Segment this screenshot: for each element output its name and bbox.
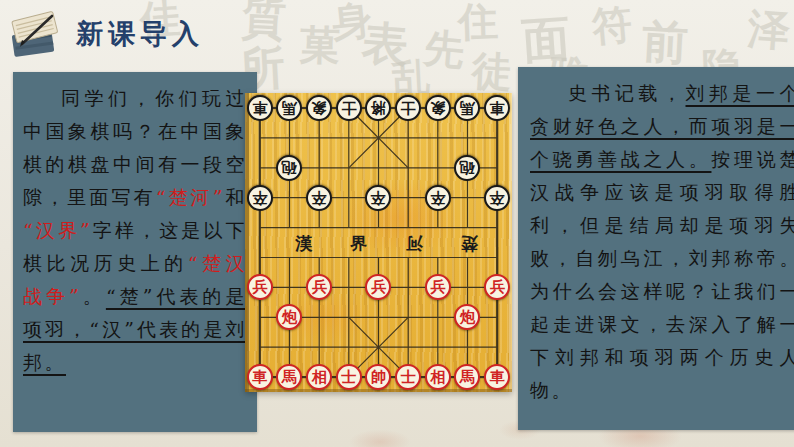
- board-cell[interactable]: 車: [482, 362, 512, 392]
- notepad-pen-icon: [8, 6, 62, 62]
- right-text: 史书记载，刘邦是一个贪财好色之人，而项羽是一个骁勇善战之人。按理说楚汉战争应该是…: [530, 77, 794, 407]
- red-piece-士[interactable]: 士: [395, 364, 421, 390]
- black-piece-象[interactable]: 象: [425, 95, 451, 121]
- board-cell[interactable]: 兵: [304, 272, 334, 302]
- board-cell[interactable]: [334, 153, 364, 183]
- board-cell[interactable]: [453, 242, 483, 272]
- board-cell[interactable]: [304, 153, 334, 183]
- text-segment: “汉界”: [23, 219, 92, 241]
- left-text: 同学们，你们玩过中国象棋吗？在中国象棋的棋盘中间有一段空隙，里面写有“楚河”和“…: [23, 82, 247, 379]
- calligraphy-glyph: 住: [457, 0, 499, 50]
- board-cell[interactable]: [334, 242, 364, 272]
- board-cell[interactable]: [482, 302, 512, 332]
- board-cell[interactable]: 卒: [245, 183, 275, 213]
- board-grid: 車馬象士將士象馬車砲砲卒卒卒卒卒兵兵兵兵兵炮炮車馬相士帥士相馬車: [245, 93, 512, 392]
- red-piece-帥[interactable]: 帥: [365, 364, 391, 390]
- board-cell[interactable]: 車: [245, 93, 275, 123]
- board-cell[interactable]: 炮: [275, 302, 305, 332]
- board-cell[interactable]: [245, 123, 275, 153]
- board-cell[interactable]: 士: [334, 93, 364, 123]
- board-cell[interactable]: [245, 302, 275, 332]
- calligraphy-glyph: 身: [329, 0, 375, 51]
- board-cell[interactable]: [453, 123, 483, 153]
- red-piece-相[interactable]: 相: [425, 364, 451, 390]
- board-cell[interactable]: 卒: [304, 183, 334, 213]
- black-piece-卒[interactable]: 卒: [365, 185, 391, 211]
- board-cell[interactable]: [334, 123, 364, 153]
- board-cell[interactable]: 相: [304, 362, 334, 392]
- board-cell[interactable]: [245, 153, 275, 183]
- calligraphy-glyph: 前: [640, 11, 689, 75]
- calligraphy-glyph: 面: [520, 6, 572, 73]
- board-cell[interactable]: [304, 332, 334, 362]
- xiangqi-board: 漢 界 楚 河 車馬象士將士象馬車砲砲卒卒卒卒卒兵兵兵兵兵炮炮車馬相士帥士相馬車: [245, 93, 512, 392]
- black-piece-卒[interactable]: 卒: [247, 185, 273, 211]
- board-cell[interactable]: [393, 183, 423, 213]
- board-cell[interactable]: 士: [334, 362, 364, 392]
- board-cell[interactable]: 馬: [275, 362, 305, 392]
- title-bar: 新课导入: [8, 6, 204, 62]
- board-cell[interactable]: [423, 213, 453, 243]
- board-cell[interactable]: [304, 242, 334, 272]
- text-segment: “楚河”: [156, 186, 225, 208]
- black-piece-馬[interactable]: 馬: [454, 95, 480, 121]
- black-piece-士[interactable]: 士: [395, 95, 421, 121]
- board-cell[interactable]: 士: [393, 362, 423, 392]
- black-piece-卒[interactable]: 卒: [484, 185, 510, 211]
- board-cell[interactable]: [393, 213, 423, 243]
- board-cell[interactable]: [245, 213, 275, 243]
- board-cell[interactable]: [364, 213, 394, 243]
- board-cell[interactable]: [275, 123, 305, 153]
- board-cell[interactable]: 車: [245, 362, 275, 392]
- board-cell[interactable]: [453, 332, 483, 362]
- board-cell[interactable]: 馬: [453, 362, 483, 392]
- board-cell[interactable]: 兵: [245, 272, 275, 302]
- board-cell[interactable]: 兵: [482, 272, 512, 302]
- board-cell[interactable]: [453, 183, 483, 213]
- red-piece-兵[interactable]: 兵: [247, 274, 273, 300]
- board-cell[interactable]: [304, 213, 334, 243]
- black-piece-車[interactable]: 車: [247, 95, 273, 121]
- board-cell[interactable]: [482, 242, 512, 272]
- board-cell[interactable]: 炮: [453, 302, 483, 332]
- page-title: 新课导入: [76, 16, 204, 52]
- board-cell[interactable]: 砲: [453, 153, 483, 183]
- black-piece-士[interactable]: 士: [336, 95, 362, 121]
- board-cell[interactable]: 兵: [423, 272, 453, 302]
- board-cell[interactable]: 將: [364, 93, 394, 123]
- board-cell[interactable]: [482, 332, 512, 362]
- red-piece-馬[interactable]: 馬: [276, 364, 302, 390]
- slide: 佳質所菓身表乱先住徒面雅符前隐泽 新课导入 同学们，你们玩过中国象棋吗？在中国象…: [0, 0, 794, 447]
- board-cell[interactable]: [423, 123, 453, 153]
- calligraphy-glyph: 泽: [746, 1, 792, 60]
- red-piece-車[interactable]: 車: [484, 364, 510, 390]
- board-cell[interactable]: [393, 272, 423, 302]
- board-cell[interactable]: [275, 272, 305, 302]
- text-segment: 按理说楚汉战争应该是项羽取得胜利，但是结局却是项羽失败，自刎乌江，刘邦称帝。为什…: [530, 148, 794, 401]
- black-piece-象[interactable]: 象: [306, 95, 332, 121]
- calligraphy-glyph: 表: [360, 12, 410, 77]
- black-piece-車[interactable]: 車: [484, 95, 510, 121]
- black-piece-卒[interactable]: 卒: [425, 185, 451, 211]
- red-piece-士[interactable]: 士: [336, 364, 362, 390]
- board-cell[interactable]: [334, 302, 364, 332]
- red-piece-相[interactable]: 相: [306, 364, 332, 390]
- board-cell[interactable]: [393, 332, 423, 362]
- black-piece-砲[interactable]: 砲: [454, 155, 480, 181]
- board-cell[interactable]: [304, 123, 334, 153]
- calligraphy-glyph: 先: [422, 20, 467, 78]
- board-cell[interactable]: [364, 123, 394, 153]
- board-cell[interactable]: [275, 242, 305, 272]
- board-cell[interactable]: 砲: [275, 153, 305, 183]
- red-piece-兵[interactable]: 兵: [425, 274, 451, 300]
- black-piece-砲[interactable]: 砲: [276, 155, 302, 181]
- red-piece-炮[interactable]: 炮: [276, 304, 302, 330]
- board-cell[interactable]: 象: [423, 93, 453, 123]
- board-cell[interactable]: 卒: [482, 183, 512, 213]
- board-cell[interactable]: [423, 332, 453, 362]
- text-segment: 和: [225, 186, 247, 208]
- red-piece-兵[interactable]: 兵: [484, 274, 510, 300]
- board-cell[interactable]: [482, 213, 512, 243]
- board-cell[interactable]: [364, 332, 394, 362]
- board-cell[interactable]: [275, 332, 305, 362]
- board-cell[interactable]: [364, 302, 394, 332]
- board-cell[interactable]: [334, 183, 364, 213]
- board-cell[interactable]: 馬: [275, 93, 305, 123]
- board-cell[interactable]: [245, 332, 275, 362]
- board-cell[interactable]: [393, 123, 423, 153]
- board-cell[interactable]: [275, 213, 305, 243]
- red-piece-兵[interactable]: 兵: [306, 274, 332, 300]
- board-cell[interactable]: [364, 153, 394, 183]
- board-cell[interactable]: [334, 213, 364, 243]
- board-cell[interactable]: [364, 242, 394, 272]
- black-piece-將[interactable]: 將: [365, 95, 391, 121]
- board-cell[interactable]: [393, 302, 423, 332]
- text-segment: 史书记载，: [568, 82, 686, 104]
- board-cell[interactable]: 士: [393, 93, 423, 123]
- board-cell[interactable]: 兵: [364, 272, 394, 302]
- board-cell[interactable]: [423, 302, 453, 332]
- board-cell[interactable]: [423, 242, 453, 272]
- board-cell[interactable]: [482, 153, 512, 183]
- red-piece-車[interactable]: 車: [247, 364, 273, 390]
- black-piece-卒[interactable]: 卒: [306, 185, 332, 211]
- right-text-panel: 史书记载，刘邦是一个贪财好色之人，而项羽是一个骁勇善战之人。按理说楚汉战争应该是…: [518, 67, 794, 430]
- red-piece-兵[interactable]: 兵: [365, 274, 391, 300]
- board-cell[interactable]: 相: [423, 362, 453, 392]
- board-cell[interactable]: 馬: [453, 93, 483, 123]
- board-cell[interactable]: [334, 332, 364, 362]
- board-cell[interactable]: [393, 242, 423, 272]
- board-cell[interactable]: [334, 272, 364, 302]
- board-cell[interactable]: [453, 213, 483, 243]
- board-cell[interactable]: [245, 242, 275, 272]
- red-piece-馬[interactable]: 馬: [454, 364, 480, 390]
- board-cell[interactable]: 卒: [364, 183, 394, 213]
- board-cell[interactable]: [482, 123, 512, 153]
- board-cell[interactable]: [304, 302, 334, 332]
- calligraphy-glyph: 符: [590, 0, 635, 55]
- red-piece-炮[interactable]: 炮: [454, 304, 480, 330]
- black-piece-馬[interactable]: 馬: [276, 95, 302, 121]
- board-cell[interactable]: [423, 153, 453, 183]
- board-cell[interactable]: [393, 153, 423, 183]
- board-cell[interactable]: 象: [304, 93, 334, 123]
- calligraphy-glyph: 質: [240, 0, 287, 50]
- board-cell[interactable]: [275, 183, 305, 213]
- board-cell[interactable]: 帥: [364, 362, 394, 392]
- left-text-panel: 同学们，你们玩过中国象棋吗？在中国象棋的棋盘中间有一段空隙，里面写有“楚河”和“…: [13, 72, 257, 432]
- calligraphy-glyph: 徒: [471, 43, 514, 100]
- text-segment: 。: [81, 285, 106, 307]
- calligraphy-glyph: 菓: [299, 17, 341, 73]
- board-cell[interactable]: 車: [482, 93, 512, 123]
- board-cell[interactable]: 卒: [423, 183, 453, 213]
- board-cell[interactable]: [453, 272, 483, 302]
